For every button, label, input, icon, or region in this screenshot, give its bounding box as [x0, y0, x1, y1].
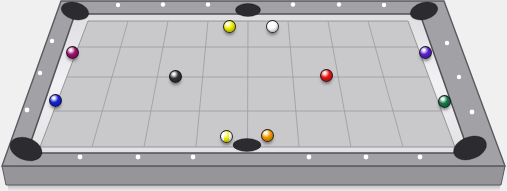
ball-purple[interactable] — [419, 46, 432, 59]
ball-blue[interactable] — [49, 94, 62, 107]
pocket-top-center — [236, 4, 261, 17]
table-skirt — [2, 166, 505, 185]
ball-green[interactable] — [438, 95, 451, 108]
ball-orange[interactable] — [261, 129, 274, 142]
ball-magenta[interactable] — [66, 46, 79, 59]
pool-table-scene — [0, 0, 507, 191]
ball-yellow-stripe[interactable] — [220, 130, 233, 143]
pool-table — [0, 0, 507, 191]
ball-black[interactable] — [169, 70, 182, 83]
ball-red[interactable] — [320, 69, 333, 82]
ball-cue-white[interactable] — [266, 20, 279, 33]
pocket-bottom-center — [233, 139, 261, 152]
ball-yellow[interactable] — [223, 20, 236, 33]
